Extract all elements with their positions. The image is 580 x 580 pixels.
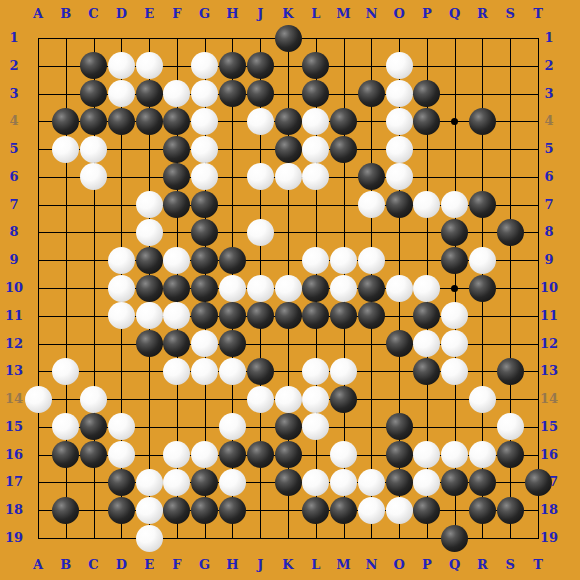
stone-black-O17 — [386, 469, 413, 496]
stone-black-M5 — [330, 136, 357, 163]
coord-label-left: 14 — [2, 391, 26, 407]
stone-black-N6 — [358, 163, 385, 190]
coord-label-left: 2 — [2, 58, 26, 74]
stone-black-O16 — [386, 441, 413, 468]
coord-label-right: 19 — [537, 530, 561, 546]
stone-white-M17 — [330, 469, 357, 496]
coord-label-right: 7 — [537, 197, 561, 213]
coord-label-left: 15 — [2, 419, 26, 435]
coord-label-right: 11 — [537, 308, 561, 324]
stone-black-S16 — [497, 441, 524, 468]
stone-black-K5 — [275, 136, 302, 163]
coord-label-top: L — [304, 6, 328, 22]
coord-label-bottom: B — [54, 557, 78, 573]
stone-black-G7 — [191, 191, 218, 218]
stone-black-J13 — [247, 358, 274, 385]
stone-white-D15 — [108, 413, 135, 440]
stone-black-E4 — [136, 108, 163, 135]
coord-label-left: 12 — [2, 336, 26, 352]
stone-black-R18 — [469, 497, 496, 524]
stone-white-R9 — [469, 247, 496, 274]
stone-white-B13 — [52, 358, 79, 385]
stone-black-H3 — [219, 80, 246, 107]
stone-black-Q9 — [441, 247, 468, 274]
stone-white-M13 — [330, 358, 357, 385]
stone-black-K11 — [275, 302, 302, 329]
stone-black-B4 — [52, 108, 79, 135]
coord-label-right: 14 — [537, 391, 561, 407]
stone-black-F10 — [163, 275, 190, 302]
stone-black-S13 — [497, 358, 524, 385]
stone-white-Q7 — [441, 191, 468, 218]
stone-black-C2 — [80, 52, 107, 79]
stone-black-K16 — [275, 441, 302, 468]
coord-label-right: 18 — [537, 502, 561, 518]
stone-black-F12 — [163, 330, 190, 357]
coord-label-bottom: R — [470, 557, 494, 573]
coord-label-right: 16 — [537, 447, 561, 463]
stone-black-F6 — [163, 163, 190, 190]
stone-white-K10 — [275, 275, 302, 302]
stone-black-K15 — [275, 413, 302, 440]
coord-label-top: T — [526, 6, 550, 22]
stone-white-L15 — [302, 413, 329, 440]
stone-black-E9 — [136, 247, 163, 274]
stone-black-G11 — [191, 302, 218, 329]
stone-white-F13 — [163, 358, 190, 385]
coord-label-bottom: T — [526, 557, 550, 573]
stone-white-M9 — [330, 247, 357, 274]
stone-white-L5 — [302, 136, 329, 163]
coord-label-left: 1 — [2, 30, 26, 46]
coord-label-right: 1 — [537, 30, 561, 46]
stone-black-O15 — [386, 413, 413, 440]
stone-white-P10 — [413, 275, 440, 302]
stone-white-F17 — [163, 469, 190, 496]
stone-white-Q13 — [441, 358, 468, 385]
stone-white-A14 — [25, 386, 52, 413]
stone-black-B16 — [52, 441, 79, 468]
stone-white-F9 — [163, 247, 190, 274]
coord-label-bottom: H — [220, 557, 244, 573]
stone-white-O6 — [386, 163, 413, 190]
coord-label-bottom: A — [26, 557, 50, 573]
coord-label-bottom: M — [332, 557, 356, 573]
stone-black-D18 — [108, 497, 135, 524]
coord-label-left: 18 — [2, 502, 26, 518]
stone-white-O3 — [386, 80, 413, 107]
stone-black-C3 — [80, 80, 107, 107]
stone-white-O5 — [386, 136, 413, 163]
stone-white-J4 — [247, 108, 274, 135]
coord-label-top: N — [359, 6, 383, 22]
stone-white-C14 — [80, 386, 107, 413]
stone-black-G9 — [191, 247, 218, 274]
stone-black-O12 — [386, 330, 413, 357]
stone-white-Q12 — [441, 330, 468, 357]
stone-white-P12 — [413, 330, 440, 357]
stone-white-J10 — [247, 275, 274, 302]
coord-label-top: M — [332, 6, 356, 22]
stone-white-M16 — [330, 441, 357, 468]
stone-white-L17 — [302, 469, 329, 496]
stone-white-N18 — [358, 497, 385, 524]
stone-white-F11 — [163, 302, 190, 329]
stone-white-R16 — [469, 441, 496, 468]
stone-black-L3 — [302, 80, 329, 107]
stone-black-R4 — [469, 108, 496, 135]
go-board[interactable]: AABBCCDDEEFFGGHHJJKKLLMMNNOOPPQQRRSSTT11… — [0, 0, 580, 580]
coord-label-top: P — [415, 6, 439, 22]
coord-label-left: 3 — [2, 86, 26, 102]
stone-white-Q16 — [441, 441, 468, 468]
coord-label-right: 15 — [537, 419, 561, 435]
stone-black-E12 — [136, 330, 163, 357]
coord-label-left: 19 — [2, 530, 26, 546]
stone-black-D4 — [108, 108, 135, 135]
stone-black-R7 — [469, 191, 496, 218]
coord-label-top: H — [220, 6, 244, 22]
stone-white-E19 — [136, 525, 163, 552]
coord-label-right: 2 — [537, 58, 561, 74]
stone-black-H18 — [219, 497, 246, 524]
stone-white-E18 — [136, 497, 163, 524]
stone-black-E3 — [136, 80, 163, 107]
star-point — [451, 118, 458, 125]
stone-black-N3 — [358, 80, 385, 107]
coord-label-top: J — [248, 6, 272, 22]
stone-white-D11 — [108, 302, 135, 329]
stone-white-D3 — [108, 80, 135, 107]
stone-black-R17 — [469, 469, 496, 496]
stone-black-Q19 — [441, 525, 468, 552]
stone-white-G12 — [191, 330, 218, 357]
stone-white-G16 — [191, 441, 218, 468]
coord-label-bottom: K — [276, 557, 300, 573]
coord-label-top: Q — [443, 6, 467, 22]
stone-white-D10 — [108, 275, 135, 302]
stone-white-G6 — [191, 163, 218, 190]
stone-white-B5 — [52, 136, 79, 163]
stone-black-P18 — [413, 497, 440, 524]
stone-black-K1 — [275, 25, 302, 52]
stone-black-F7 — [163, 191, 190, 218]
coord-label-right: 6 — [537, 169, 561, 185]
stone-black-H9 — [219, 247, 246, 274]
stone-white-N17 — [358, 469, 385, 496]
coord-label-left: 10 — [2, 280, 26, 296]
coord-label-top: G — [193, 6, 217, 22]
stone-white-Q11 — [441, 302, 468, 329]
stone-black-L10 — [302, 275, 329, 302]
stone-black-H12 — [219, 330, 246, 357]
stone-black-P4 — [413, 108, 440, 135]
stone-black-J11 — [247, 302, 274, 329]
stone-white-K14 — [275, 386, 302, 413]
stone-black-F4 — [163, 108, 190, 135]
coord-label-left: 6 — [2, 169, 26, 185]
stone-white-J8 — [247, 219, 274, 246]
stone-white-E11 — [136, 302, 163, 329]
stone-black-D17 — [108, 469, 135, 496]
stone-black-S18 — [497, 497, 524, 524]
stone-black-L2 — [302, 52, 329, 79]
coord-label-left: 11 — [2, 308, 26, 324]
coord-label-bottom: C — [82, 557, 106, 573]
coord-label-top: K — [276, 6, 300, 22]
coord-label-left: 9 — [2, 252, 26, 268]
stone-white-O18 — [386, 497, 413, 524]
stone-black-C4 — [80, 108, 107, 135]
stone-black-M18 — [330, 497, 357, 524]
stone-black-C16 — [80, 441, 107, 468]
stone-black-S8 — [497, 219, 524, 246]
stone-black-J2 — [247, 52, 274, 79]
stone-white-C5 — [80, 136, 107, 163]
coord-label-top: E — [137, 6, 161, 22]
stone-white-J6 — [247, 163, 274, 190]
stone-black-Q8 — [441, 219, 468, 246]
stone-white-J14 — [247, 386, 274, 413]
coord-label-left: 13 — [2, 363, 26, 379]
coord-label-top: S — [498, 6, 522, 22]
coord-label-bottom: D — [109, 557, 133, 573]
stone-black-N11 — [358, 302, 385, 329]
stone-white-G13 — [191, 358, 218, 385]
coord-label-right: 5 — [537, 141, 561, 157]
stone-white-O2 — [386, 52, 413, 79]
stone-white-P17 — [413, 469, 440, 496]
coord-label-bottom: P — [415, 557, 439, 573]
stone-white-S15 — [497, 413, 524, 440]
stone-white-F3 — [163, 80, 190, 107]
stone-white-D9 — [108, 247, 135, 274]
coord-label-top: R — [470, 6, 494, 22]
stone-black-K4 — [275, 108, 302, 135]
stone-white-N9 — [358, 247, 385, 274]
stone-black-M4 — [330, 108, 357, 135]
stone-white-B15 — [52, 413, 79, 440]
coord-label-top: F — [165, 6, 189, 22]
stone-black-L11 — [302, 302, 329, 329]
coord-label-top: B — [54, 6, 78, 22]
coord-label-right: 9 — [537, 252, 561, 268]
stone-black-R10 — [469, 275, 496, 302]
stone-white-O10 — [386, 275, 413, 302]
stone-white-K6 — [275, 163, 302, 190]
stone-white-G5 — [191, 136, 218, 163]
stone-white-N7 — [358, 191, 385, 218]
coord-label-top: O — [387, 6, 411, 22]
stone-white-G3 — [191, 80, 218, 107]
stone-white-E17 — [136, 469, 163, 496]
stone-black-M14 — [330, 386, 357, 413]
stone-black-J16 — [247, 441, 274, 468]
stone-black-G10 — [191, 275, 218, 302]
coord-label-right: 12 — [537, 336, 561, 352]
coord-label-bottom: N — [359, 557, 383, 573]
coord-label-left: 7 — [2, 197, 26, 213]
stone-white-P16 — [413, 441, 440, 468]
stone-black-P3 — [413, 80, 440, 107]
stone-white-E8 — [136, 219, 163, 246]
stone-white-M10 — [330, 275, 357, 302]
coord-label-bottom: J — [248, 557, 272, 573]
coord-label-bottom: F — [165, 557, 189, 573]
stone-black-J3 — [247, 80, 274, 107]
stone-black-N10 — [358, 275, 385, 302]
coord-label-top: A — [26, 6, 50, 22]
coord-label-top: C — [82, 6, 106, 22]
coord-label-bottom: L — [304, 557, 328, 573]
stone-white-E2 — [136, 52, 163, 79]
coord-label-left: 17 — [2, 474, 26, 490]
stone-white-H10 — [219, 275, 246, 302]
coord-label-bottom: O — [387, 557, 411, 573]
stone-black-Q17 — [441, 469, 468, 496]
stone-white-L9 — [302, 247, 329, 274]
stone-white-H13 — [219, 358, 246, 385]
coord-label-right: 4 — [537, 113, 561, 129]
stone-black-P11 — [413, 302, 440, 329]
coord-label-left: 5 — [2, 141, 26, 157]
stone-white-L6 — [302, 163, 329, 190]
stone-black-L18 — [302, 497, 329, 524]
coord-label-right: 10 — [537, 280, 561, 296]
stone-white-L13 — [302, 358, 329, 385]
stone-white-G4 — [191, 108, 218, 135]
stone-black-E10 — [136, 275, 163, 302]
stone-white-E7 — [136, 191, 163, 218]
star-point — [451, 285, 458, 292]
stone-black-F5 — [163, 136, 190, 163]
stone-white-H17 — [219, 469, 246, 496]
stone-black-G18 — [191, 497, 218, 524]
coord-label-top: D — [109, 6, 133, 22]
stone-white-O4 — [386, 108, 413, 135]
stone-white-R14 — [469, 386, 496, 413]
stone-white-H15 — [219, 413, 246, 440]
stone-black-T17 — [525, 469, 552, 496]
coord-label-bottom: Q — [443, 557, 467, 573]
stone-white-C6 — [80, 163, 107, 190]
stone-black-G8 — [191, 219, 218, 246]
stone-white-G2 — [191, 52, 218, 79]
stone-white-P7 — [413, 191, 440, 218]
coord-label-left: 8 — [2, 224, 26, 240]
coord-label-right: 8 — [537, 224, 561, 240]
coord-label-bottom: G — [193, 557, 217, 573]
stone-black-G17 — [191, 469, 218, 496]
stone-black-H11 — [219, 302, 246, 329]
stone-black-F18 — [163, 497, 190, 524]
stone-black-O7 — [386, 191, 413, 218]
coord-label-left: 4 — [2, 113, 26, 129]
stone-white-L4 — [302, 108, 329, 135]
stone-black-K17 — [275, 469, 302, 496]
stone-white-D2 — [108, 52, 135, 79]
stone-black-H16 — [219, 441, 246, 468]
stone-black-H2 — [219, 52, 246, 79]
coord-label-left: 16 — [2, 447, 26, 463]
coord-label-bottom: S — [498, 557, 522, 573]
stone-black-M11 — [330, 302, 357, 329]
stone-black-B18 — [52, 497, 79, 524]
coord-label-bottom: E — [137, 557, 161, 573]
stone-white-L14 — [302, 386, 329, 413]
coord-label-right: 13 — [537, 363, 561, 379]
stone-white-F16 — [163, 441, 190, 468]
stone-black-C15 — [80, 413, 107, 440]
stone-white-D16 — [108, 441, 135, 468]
coord-label-right: 3 — [537, 86, 561, 102]
stone-black-P13 — [413, 358, 440, 385]
